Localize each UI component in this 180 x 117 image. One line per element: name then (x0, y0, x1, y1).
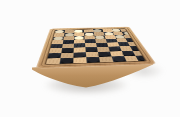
board-square-dark[interactable]: ● (60, 58, 74, 64)
checker-piece-dark[interactable]: ● (136, 55, 145, 61)
checker-piece-dark[interactable]: ● (60, 57, 74, 63)
board-square-light[interactable] (73, 57, 86, 63)
photo-scene: ●●●●●●●●●●●●●●●●●●●●●●●● (0, 0, 180, 117)
board-square-dark[interactable]: ● (86, 57, 100, 63)
checker-piece-dark[interactable]: ● (47, 52, 61, 57)
board-square-light[interactable] (46, 58, 61, 64)
board-grid: ●●●●●●●●●●●●●●●●●●●●●●●● (46, 29, 146, 65)
